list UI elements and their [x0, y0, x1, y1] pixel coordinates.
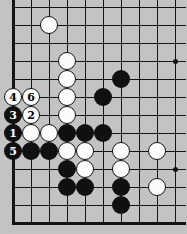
move-number-label: 6: [27, 91, 35, 102]
white-stone-C6: [40, 124, 58, 142]
black-stone-E3: [76, 178, 94, 196]
white-stone-D9: [58, 70, 76, 88]
white-stone-J5: [148, 142, 166, 160]
move-number-label: 5: [9, 145, 17, 156]
move-number-label: 1: [9, 127, 17, 138]
white-stone-G4: [112, 160, 130, 178]
move-2-white-stone-B7: 2: [22, 106, 40, 124]
grid-hline-row9: [12, 79, 187, 80]
black-stone-F8: [94, 88, 112, 106]
move-3-black-stone-A7: 3: [4, 106, 22, 124]
white-stone-D10: [58, 52, 76, 70]
board-bottom-edge-line: [12, 222, 187, 225]
black-stone-G9: [112, 70, 130, 88]
move-4-white-stone-A8: 4: [4, 88, 22, 106]
grid-hline-row4: [12, 169, 187, 170]
move-number-label: 3: [9, 109, 17, 120]
grid-hline-row10: [12, 61, 187, 62]
star-point-K10: [173, 59, 178, 64]
move-5-black-stone-A5: 5: [4, 142, 22, 160]
go-diagram: 123456: [0, 0, 186, 234]
white-stone-J3: [148, 178, 166, 196]
black-stone-D6: [58, 124, 76, 142]
white-stone-C12: [40, 16, 58, 34]
black-stone-B5: [22, 142, 40, 160]
grid-hline-row12: [12, 25, 187, 26]
white-stone-B6: [22, 124, 40, 142]
move-1-black-stone-A6: 1: [4, 124, 22, 142]
black-stone-E6: [76, 124, 94, 142]
black-stone-F6: [94, 124, 112, 142]
white-stone-E5: [76, 142, 94, 160]
grid-vline-F: [103, 0, 104, 225]
white-stone-G5: [112, 142, 130, 160]
white-stone-E4: [76, 160, 94, 178]
grid-hline-row2: [12, 205, 187, 206]
white-stone-D8: [58, 88, 76, 106]
grid-vline-K: [175, 0, 176, 225]
black-stone-D4: [58, 160, 76, 178]
black-stone-C5: [40, 142, 58, 160]
move-number-label: 4: [9, 91, 17, 102]
black-stone-D3: [58, 178, 76, 196]
grid-vline-H: [139, 0, 140, 225]
white-stone-D5: [58, 142, 76, 160]
move-number-label: 2: [27, 109, 35, 120]
grid-hline-row11: [12, 43, 187, 44]
black-stone-G3: [112, 178, 130, 196]
star-point-K4: [173, 167, 178, 172]
move-6-white-stone-B8: 6: [22, 88, 40, 106]
black-stone-G2: [112, 196, 130, 214]
grid-hline-row13: [12, 7, 187, 8]
white-stone-D7: [58, 106, 76, 124]
